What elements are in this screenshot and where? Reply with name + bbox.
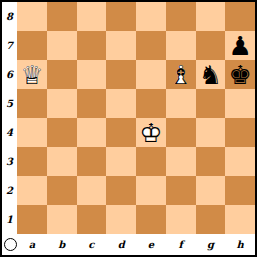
square-b1[interactable] xyxy=(47,205,77,234)
square-a7[interactable] xyxy=(17,31,47,60)
square-g1[interactable] xyxy=(196,205,226,234)
square-a6[interactable]: ♛♕ xyxy=(17,60,47,89)
square-f6[interactable]: ♝♗ xyxy=(166,60,196,89)
black-pawn-glyph: ♟ xyxy=(225,31,255,60)
square-f7[interactable] xyxy=(166,31,196,60)
square-e2[interactable] xyxy=(136,176,166,205)
white-king-glyph-outline: ♔ xyxy=(136,118,166,147)
square-b3[interactable] xyxy=(47,147,77,176)
square-g3[interactable] xyxy=(196,147,226,176)
square-d1[interactable] xyxy=(106,205,136,234)
file-label-h: h xyxy=(225,234,255,255)
rank-label-2: 2 xyxy=(2,176,17,205)
square-f2[interactable] xyxy=(166,176,196,205)
square-e1[interactable] xyxy=(136,205,166,234)
rank-label-3: 3 xyxy=(2,147,17,176)
square-e8[interactable] xyxy=(136,2,166,31)
white-queen-glyph-fill: ♛ xyxy=(17,60,47,89)
square-d3[interactable] xyxy=(106,147,136,176)
rank-label-1: 1 xyxy=(2,205,17,234)
file-label-c: c xyxy=(77,234,107,255)
square-c7[interactable] xyxy=(77,31,107,60)
rank-labels: 87654321 xyxy=(2,2,17,234)
square-f1[interactable] xyxy=(166,205,196,234)
square-e7[interactable] xyxy=(136,31,166,60)
white-queen-glyph-outline: ♕ xyxy=(17,60,47,89)
square-d5[interactable] xyxy=(106,89,136,118)
square-f5[interactable] xyxy=(166,89,196,118)
piece-white-queen[interactable]: ♛♕ xyxy=(17,60,47,89)
square-g5[interactable] xyxy=(196,89,226,118)
square-b6[interactable] xyxy=(47,60,77,89)
square-h4[interactable] xyxy=(225,118,255,147)
square-c5[interactable] xyxy=(77,89,107,118)
square-h3[interactable] xyxy=(225,147,255,176)
square-b8[interactable] xyxy=(47,2,77,31)
square-f3[interactable] xyxy=(166,147,196,176)
white-king-glyph-fill: ♚ xyxy=(136,118,166,147)
black-knight-glyph: ♞ xyxy=(196,60,226,89)
square-c3[interactable] xyxy=(77,147,107,176)
piece-black-pawn[interactable]: ♟ xyxy=(225,31,255,60)
square-d4[interactable] xyxy=(106,118,136,147)
square-d8[interactable] xyxy=(106,2,136,31)
square-a8[interactable] xyxy=(17,2,47,31)
square-d6[interactable] xyxy=(106,60,136,89)
square-a3[interactable] xyxy=(17,147,47,176)
square-h7[interactable]: ♟ xyxy=(225,31,255,60)
square-g7[interactable] xyxy=(196,31,226,60)
piece-white-king[interactable]: ♚♔ xyxy=(136,118,166,147)
square-b7[interactable] xyxy=(47,31,77,60)
square-a4[interactable] xyxy=(17,118,47,147)
white-bishop-glyph-fill: ♝ xyxy=(166,60,196,89)
square-d7[interactable] xyxy=(106,31,136,60)
square-c2[interactable] xyxy=(77,176,107,205)
square-a5[interactable] xyxy=(17,89,47,118)
file-label-f: f xyxy=(166,234,196,255)
white-bishop-glyph-outline: ♗ xyxy=(166,60,196,89)
square-e6[interactable] xyxy=(136,60,166,89)
square-c8[interactable] xyxy=(77,2,107,31)
file-label-b: b xyxy=(47,234,77,255)
square-g2[interactable] xyxy=(196,176,226,205)
chess-board: ♟♛♕♝♗♞♚♚♔ xyxy=(17,2,255,234)
square-d2[interactable] xyxy=(106,176,136,205)
square-h6[interactable]: ♚ xyxy=(225,60,255,89)
rank-label-7: 7 xyxy=(2,31,17,60)
square-g4[interactable] xyxy=(196,118,226,147)
square-e3[interactable] xyxy=(136,147,166,176)
square-b2[interactable] xyxy=(47,176,77,205)
square-f4[interactable] xyxy=(166,118,196,147)
piece-black-knight[interactable]: ♞ xyxy=(196,60,226,89)
square-g8[interactable] xyxy=(196,2,226,31)
file-label-g: g xyxy=(196,234,226,255)
square-b4[interactable] xyxy=(47,118,77,147)
square-e5[interactable] xyxy=(136,89,166,118)
square-g6[interactable]: ♞ xyxy=(196,60,226,89)
square-c1[interactable] xyxy=(77,205,107,234)
rank-label-8: 8 xyxy=(2,2,17,31)
square-a1[interactable] xyxy=(17,205,47,234)
file-label-e: e xyxy=(136,234,166,255)
square-f8[interactable] xyxy=(166,2,196,31)
square-e4[interactable]: ♚♔ xyxy=(136,118,166,147)
black-king-glyph: ♚ xyxy=(225,60,255,89)
file-labels: abcdefgh xyxy=(17,234,255,255)
piece-white-bishop[interactable]: ♝♗ xyxy=(166,60,196,89)
square-h5[interactable] xyxy=(225,89,255,118)
square-h2[interactable] xyxy=(225,176,255,205)
piece-black-king[interactable]: ♚ xyxy=(225,60,255,89)
file-label-a: a xyxy=(17,234,47,255)
rank-label-5: 5 xyxy=(2,89,17,118)
square-c6[interactable] xyxy=(77,60,107,89)
white-to-move-indicator xyxy=(4,238,17,251)
square-b5[interactable] xyxy=(47,89,77,118)
square-c4[interactable] xyxy=(77,118,107,147)
square-h1[interactable] xyxy=(225,205,255,234)
square-a2[interactable] xyxy=(17,176,47,205)
rank-label-6: 6 xyxy=(2,60,17,89)
file-label-d: d xyxy=(106,234,136,255)
square-h8[interactable] xyxy=(225,2,255,31)
chess-diagram: ♟♛♕♝♗♞♚♚♔ 87654321 abcdefgh xyxy=(0,0,257,257)
rank-label-4: 4 xyxy=(2,118,17,147)
